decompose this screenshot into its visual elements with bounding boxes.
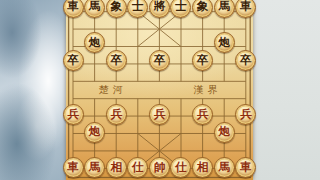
piece-red-elephant[interactable]: 相: [192, 157, 213, 178]
piece-red-soldier[interactable]: 兵: [106, 104, 127, 125]
piece-black-chariot[interactable]: 車: [235, 0, 256, 18]
piece-black-advisor[interactable]: 士: [127, 0, 148, 18]
background-right-panel: [253, 0, 320, 180]
piece-red-advisor[interactable]: 仕: [170, 157, 191, 178]
xiangqi-board[interactable]: 楚河 漢界 車馬象士將士象馬車炮炮卒卒卒卒卒兵兵兵兵兵炮炮車馬相仕帥仕相馬車: [66, 0, 253, 180]
piece-red-soldier[interactable]: 兵: [63, 104, 84, 125]
piece-black-cannon[interactable]: 炮: [84, 32, 105, 53]
piece-red-cannon[interactable]: 炮: [84, 122, 105, 143]
piece-black-general[interactable]: 將: [149, 0, 170, 18]
pieces-layer: 車馬象士將士象馬車炮炮卒卒卒卒卒兵兵兵兵兵炮炮車馬相仕帥仕相馬車: [62, 0, 256, 177]
piece-red-horse[interactable]: 馬: [84, 157, 105, 178]
piece-black-cannon[interactable]: 炮: [214, 32, 235, 53]
game-screen: 楚河 漢界 車馬象士將士象馬車炮炮卒卒卒卒卒兵兵兵兵兵炮炮車馬相仕帥仕相馬車: [0, 0, 320, 180]
piece-black-soldier[interactable]: 卒: [63, 50, 84, 71]
piece-red-soldier[interactable]: 兵: [149, 104, 170, 125]
piece-red-chariot[interactable]: 車: [63, 157, 84, 178]
piece-red-advisor[interactable]: 仕: [127, 157, 148, 178]
piece-black-horse[interactable]: 馬: [214, 0, 235, 18]
piece-red-general[interactable]: 帥: [149, 157, 170, 178]
piece-black-elephant[interactable]: 象: [106, 0, 127, 18]
piece-black-advisor[interactable]: 士: [170, 0, 191, 18]
piece-red-elephant[interactable]: 相: [106, 157, 127, 178]
piece-black-chariot[interactable]: 車: [63, 0, 84, 18]
piece-black-horse[interactable]: 馬: [84, 0, 105, 18]
background-mountain-photo: [0, 0, 67, 180]
piece-black-soldier[interactable]: 卒: [192, 50, 213, 71]
piece-red-chariot[interactable]: 車: [235, 157, 256, 178]
piece-red-soldier[interactable]: 兵: [235, 104, 256, 125]
piece-black-soldier[interactable]: 卒: [149, 50, 170, 71]
piece-black-soldier[interactable]: 卒: [106, 50, 127, 71]
piece-red-soldier[interactable]: 兵: [192, 104, 213, 125]
piece-black-elephant[interactable]: 象: [192, 0, 213, 18]
piece-red-cannon[interactable]: 炮: [214, 122, 235, 143]
piece-red-horse[interactable]: 馬: [214, 157, 235, 178]
piece-black-soldier[interactable]: 卒: [235, 50, 256, 71]
